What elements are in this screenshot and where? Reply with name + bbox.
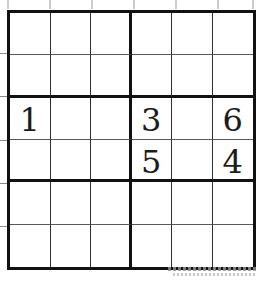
cell-r5c2[interactable]: [51, 182, 92, 224]
scan-artifact-tick: [7, 0, 9, 9]
cell-r2c1[interactable]: [10, 55, 51, 97]
cell-r2c2[interactable]: [51, 55, 92, 97]
cell-r5c3[interactable]: [91, 182, 132, 224]
cell-r3c6[interactable]: 6: [213, 98, 254, 140]
cell-r3c3[interactable]: [91, 98, 132, 140]
cell-r5c5[interactable]: [172, 182, 213, 224]
cell-r6c1[interactable]: [10, 225, 51, 267]
cell-r2c6[interactable]: [213, 55, 254, 97]
cell-r3c5[interactable]: [172, 98, 213, 140]
cell-r1c3[interactable]: [91, 13, 132, 55]
cell-r6c5[interactable]: [172, 225, 213, 267]
cell-r6c3[interactable]: [91, 225, 132, 267]
cell-r5c1[interactable]: [10, 182, 51, 224]
cell-r4c5[interactable]: [172, 140, 213, 182]
cell-r6c6[interactable]: [213, 225, 254, 267]
cell-r5c4[interactable]: [132, 182, 173, 224]
scan-artifact-tick: [133, 0, 135, 9]
cell-r2c3[interactable]: [91, 55, 132, 97]
cell-r1c2[interactable]: [51, 13, 92, 55]
cell-r4c1[interactable]: [10, 140, 51, 182]
cell-r2c5[interactable]: [172, 55, 213, 97]
scan-artifact-tick: [175, 0, 177, 9]
cell-r3c2[interactable]: [51, 98, 92, 140]
cell-r3c4[interactable]: 3: [132, 98, 173, 140]
cell-r1c4[interactable]: [132, 13, 173, 55]
cell-r3c1[interactable]: 1: [10, 98, 51, 140]
watermark-smudge: [173, 273, 257, 276]
watermark-smudge: [168, 267, 257, 271]
cell-r1c5[interactable]: [172, 13, 213, 55]
sudoku-board: 13654: [7, 10, 256, 270]
cell-r6c4[interactable]: [132, 225, 173, 267]
cell-r5c6[interactable]: [213, 182, 254, 224]
scan-artifact-tick: [91, 0, 93, 9]
scan-artifact-tick: [217, 0, 219, 9]
scan-artifact-tick: [252, 0, 254, 9]
cell-r1c6[interactable]: [213, 13, 254, 55]
cell-r4c3[interactable]: [91, 140, 132, 182]
cell-r4c4[interactable]: 5: [132, 140, 173, 182]
cell-r2c4[interactable]: [132, 55, 173, 97]
cell-r4c2[interactable]: [51, 140, 92, 182]
cell-r4c6[interactable]: 4: [213, 140, 254, 182]
cell-r1c1[interactable]: [10, 13, 51, 55]
scan-artifact-tick: [49, 0, 51, 9]
cell-r6c2[interactable]: [51, 225, 92, 267]
